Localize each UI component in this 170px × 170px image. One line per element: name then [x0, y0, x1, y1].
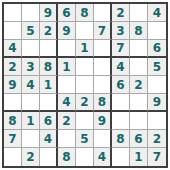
cell-r3c2[interactable] [22, 40, 40, 58]
cell-r4c6[interactable] [94, 58, 112, 76]
cell-r8c1: 7 [4, 130, 22, 148]
cell-r1c7: 2 [112, 4, 130, 22]
cell-r3c9: 6 [148, 40, 166, 58]
cell-r9c8: 1 [130, 148, 148, 166]
cell-r2c9[interactable] [148, 22, 166, 40]
cell-r4c2: 3 [22, 58, 40, 76]
cell-r5c3: 1 [40, 76, 58, 94]
cell-r9c7[interactable] [112, 148, 130, 166]
cell-r2c4: 9 [58, 22, 76, 40]
cell-r2c8: 8 [130, 22, 148, 40]
cell-r9c1[interactable] [4, 148, 22, 166]
cell-r9c9: 7 [148, 148, 166, 166]
cell-r6c1[interactable] [4, 94, 22, 112]
cell-r4c4: 1 [58, 58, 76, 76]
cell-r2c5[interactable] [76, 22, 94, 40]
cell-r5c7: 6 [112, 76, 130, 94]
cell-r3c8[interactable] [130, 40, 148, 58]
cell-r7c3: 6 [40, 112, 58, 130]
cell-r1c9: 4 [148, 4, 166, 22]
cell-r2c7: 3 [112, 22, 130, 40]
cell-r1c1[interactable] [4, 4, 22, 22]
cell-r1c5: 8 [76, 4, 94, 22]
cell-r8c6[interactable] [94, 130, 112, 148]
cell-r6c9: 9 [148, 94, 166, 112]
cell-r4c8[interactable] [130, 58, 148, 76]
cell-r7c5[interactable] [76, 112, 94, 130]
cell-r9c5[interactable] [76, 148, 94, 166]
cell-r7c7[interactable] [112, 112, 130, 130]
cell-r4c7: 4 [112, 58, 130, 76]
cell-r6c7[interactable] [112, 94, 130, 112]
cell-r6c3[interactable] [40, 94, 58, 112]
sudoku-board: 9682452973841762381459416242898162974586… [2, 2, 168, 168]
cell-r2c6: 7 [94, 22, 112, 40]
cell-r5c8: 2 [130, 76, 148, 94]
cell-r1c8[interactable] [130, 4, 148, 22]
cell-r6c2[interactable] [22, 94, 40, 112]
cell-r2c2: 5 [22, 22, 40, 40]
cell-r3c5: 1 [76, 40, 94, 58]
cell-r5c5[interactable] [76, 76, 94, 94]
cell-r9c4: 8 [58, 148, 76, 166]
cell-r4c9: 5 [148, 58, 166, 76]
cell-r3c7: 7 [112, 40, 130, 58]
cell-r4c1: 2 [4, 58, 22, 76]
cell-r9c6: 4 [94, 148, 112, 166]
page-background: 9682452973841762381459416242898162974586… [0, 0, 170, 170]
cell-r5c9[interactable] [148, 76, 166, 94]
cell-r7c4: 2 [58, 112, 76, 130]
cell-r1c6[interactable] [94, 4, 112, 22]
cell-r9c3[interactable] [40, 148, 58, 166]
cell-r7c8[interactable] [130, 112, 148, 130]
cell-r5c1: 9 [4, 76, 22, 94]
cell-r9c2: 2 [22, 148, 40, 166]
cell-r3c4[interactable] [58, 40, 76, 58]
cell-r8c3: 4 [40, 130, 58, 148]
cell-r1c3: 9 [40, 4, 58, 22]
cell-r8c2[interactable] [22, 130, 40, 148]
cell-r2c3: 2 [40, 22, 58, 40]
cell-r5c6[interactable] [94, 76, 112, 94]
cell-r5c2: 4 [22, 76, 40, 94]
cell-r4c5[interactable] [76, 58, 94, 76]
cell-r7c6: 9 [94, 112, 112, 130]
cell-r3c1: 4 [4, 40, 22, 58]
cell-r6c4: 4 [58, 94, 76, 112]
cell-r6c6: 8 [94, 94, 112, 112]
cell-r1c4: 6 [58, 4, 76, 22]
cell-r8c4[interactable] [58, 130, 76, 148]
cell-r8c8: 6 [130, 130, 148, 148]
cell-r6c5: 2 [76, 94, 94, 112]
cell-r1c2[interactable] [22, 4, 40, 22]
cell-r8c9: 2 [148, 130, 166, 148]
cell-r8c7: 8 [112, 130, 130, 148]
cell-r2c1[interactable] [4, 22, 22, 40]
cell-r8c5: 5 [76, 130, 94, 148]
cell-r7c1: 8 [4, 112, 22, 130]
cell-r6c8[interactable] [130, 94, 148, 112]
cell-r4c3: 8 [40, 58, 58, 76]
cell-r7c9[interactable] [148, 112, 166, 130]
cell-r3c6[interactable] [94, 40, 112, 58]
cell-r7c2: 1 [22, 112, 40, 130]
cell-r3c3[interactable] [40, 40, 58, 58]
cell-r5c4[interactable] [58, 76, 76, 94]
